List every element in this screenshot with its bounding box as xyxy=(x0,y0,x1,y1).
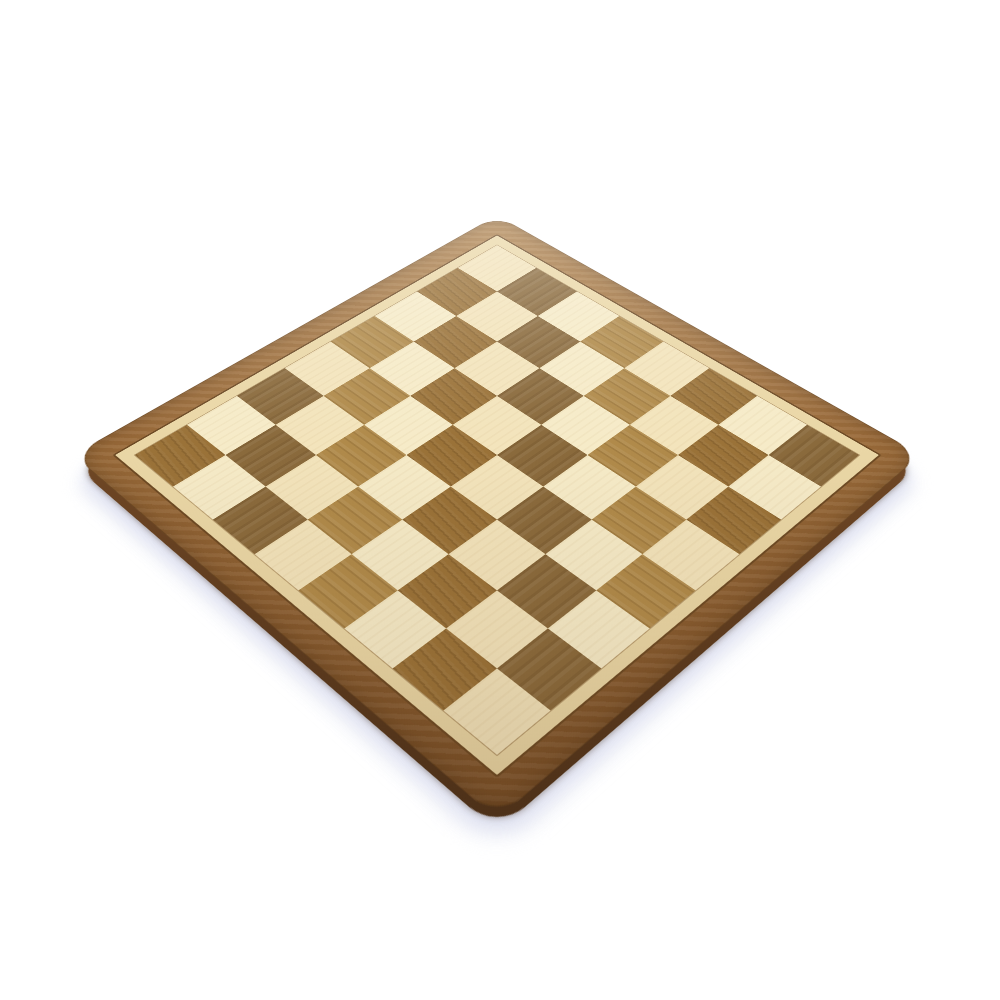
board-inlay-border xyxy=(112,234,881,778)
chess-board-frame xyxy=(73,215,922,820)
board-squares xyxy=(135,245,859,755)
photo-canvas xyxy=(0,0,1000,1000)
board-3d-wrapper xyxy=(73,215,922,820)
board-scene xyxy=(0,0,1000,1000)
